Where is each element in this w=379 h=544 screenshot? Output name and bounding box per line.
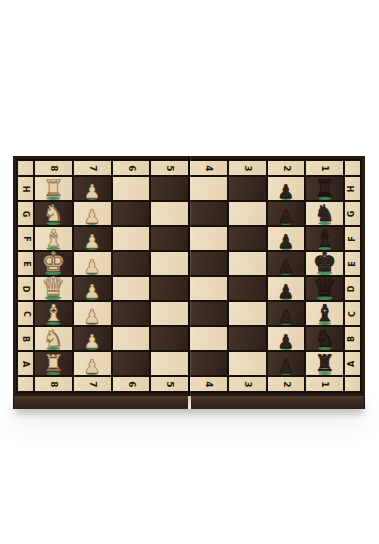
- piece-white-pawn-h7[interactable]: ♟: [84, 182, 101, 200]
- square-f2[interactable]: ♟: [268, 227, 305, 250]
- piece-black-pawn-h2[interactable]: ♟: [277, 182, 294, 200]
- board-front-edge: [13, 396, 365, 409]
- file-label-left-C-text: C: [22, 311, 30, 317]
- rank-label-front-2: 2: [268, 377, 305, 391]
- piece-black-pawn-e2[interactable]: ♟: [277, 257, 294, 275]
- rank-label-front-8: 8: [35, 377, 72, 391]
- piece-black-pawn-b2[interactable]: ♟: [277, 332, 294, 350]
- square-d8[interactable]: ♛: [35, 277, 72, 300]
- square-f6[interactable]: [113, 227, 150, 250]
- hinge-gap: [188, 396, 191, 409]
- file-label-left-G: G: [18, 202, 33, 225]
- square-d4[interactable]: [190, 277, 227, 300]
- square-g4[interactable]: [190, 202, 227, 225]
- hinge-seam: [188, 156, 190, 396]
- piece-black-queen-d1[interactable]: ♛: [313, 274, 337, 300]
- square-a7[interactable]: ♟: [74, 352, 111, 375]
- file-label-left-E: E: [18, 252, 33, 275]
- square-c2[interactable]: ♟: [268, 302, 305, 325]
- border-corner-front-left: [18, 377, 33, 391]
- square-h3[interactable]: [229, 177, 266, 200]
- square-b3[interactable]: [229, 327, 266, 350]
- square-g1[interactable]: ♞: [306, 202, 343, 225]
- piece-black-pawn-a2[interactable]: ♟: [277, 357, 294, 375]
- square-c7[interactable]: ♟: [74, 302, 111, 325]
- rank-label-front-2-text: 2: [281, 381, 290, 387]
- rank-label-back-2: 2: [268, 161, 305, 175]
- piece-white-pawn-a7[interactable]: ♟: [84, 357, 101, 375]
- file-label-right-F: F: [345, 227, 360, 250]
- file-label-left-B-text: B: [21, 335, 29, 341]
- piece-black-knight-g1[interactable]: ♞: [314, 203, 335, 225]
- square-a2[interactable]: ♟: [268, 352, 305, 375]
- square-d6[interactable]: [113, 277, 150, 300]
- square-g2[interactable]: ♟: [268, 202, 305, 225]
- piece-black-rook-a1[interactable]: ♜: [314, 353, 335, 375]
- square-a3[interactable]: [229, 352, 266, 375]
- rank-label-back-3-text: 3: [243, 165, 252, 171]
- file-label-right-D: D: [345, 277, 360, 300]
- square-f4[interactable]: [190, 227, 227, 250]
- square-a4[interactable]: [190, 352, 227, 375]
- rank-label-back-1: 1: [306, 161, 343, 175]
- rank-label-front-5: 5: [151, 377, 188, 391]
- square-e3[interactable]: [229, 252, 266, 275]
- rank-label-back-4-text: 4: [204, 165, 213, 171]
- file-label-right-C-text: C: [349, 311, 357, 317]
- file-label-left-D: D: [18, 277, 33, 300]
- piece-white-rook-a8[interactable]: ♜: [43, 353, 64, 375]
- rank-label-back-8: 8: [35, 161, 72, 175]
- file-label-left-G-text: G: [21, 210, 29, 217]
- square-h7[interactable]: ♟: [74, 177, 111, 200]
- photo-background: 87654321H♜♟♟♜HG♞♟♟♞GF♝♟♟♝FE♚♟♟♚ED♛♟♟♛DC♝…: [0, 0, 379, 544]
- file-label-right-B: B: [345, 327, 360, 350]
- square-f7[interactable]: ♟: [74, 227, 111, 250]
- piece-black-pawn-f2[interactable]: ♟: [277, 232, 294, 250]
- square-h8[interactable]: ♜: [35, 177, 72, 200]
- square-b5[interactable]: [151, 327, 188, 350]
- piece-white-knight-b8[interactable]: ♞: [43, 328, 64, 350]
- chess-set: 87654321H♜♟♟♜HG♞♟♟♞GF♝♟♟♝FE♚♟♟♚ED♛♟♟♛DC♝…: [13, 156, 365, 409]
- file-label-left-H: H: [18, 177, 33, 200]
- piece-white-pawn-e7[interactable]: ♟: [84, 257, 101, 275]
- piece-black-pawn-g2[interactable]: ♟: [277, 207, 294, 225]
- rank-label-front-4-text: 4: [204, 381, 213, 387]
- square-f3[interactable]: [229, 227, 266, 250]
- file-label-left-F: F: [18, 227, 33, 250]
- rank-label-back-6-text: 6: [126, 165, 135, 171]
- square-h6[interactable]: [113, 177, 150, 200]
- piece-white-knight-g8[interactable]: ♞: [43, 203, 64, 225]
- file-label-right-G-text: G: [348, 210, 356, 217]
- file-label-right-A-text: A: [348, 360, 356, 366]
- rank-label-back-4: 4: [190, 161, 227, 175]
- file-label-right-C: C: [345, 302, 360, 325]
- rank-label-back-7-text: 7: [88, 165, 97, 171]
- piece-white-pawn-f7[interactable]: ♟: [84, 232, 101, 250]
- square-b7[interactable]: ♟: [74, 327, 111, 350]
- square-b4[interactable]: [190, 327, 227, 350]
- rank-label-front-4: 4: [190, 377, 227, 391]
- square-h1[interactable]: ♜: [306, 177, 343, 200]
- square-e6[interactable]: [113, 252, 150, 275]
- rank-label-front-6-text: 6: [126, 381, 135, 387]
- file-label-right-H: H: [345, 177, 360, 200]
- square-c8[interactable]: ♝: [35, 302, 72, 325]
- square-b6[interactable]: [113, 327, 150, 350]
- rank-label-front-6: 6: [113, 377, 150, 391]
- rank-label-back-3: 3: [229, 161, 266, 175]
- piece-black-bishop-c1[interactable]: ♝: [314, 303, 335, 325]
- piece-white-pawn-b7[interactable]: ♟: [84, 332, 101, 350]
- square-d3[interactable]: [229, 277, 266, 300]
- file-label-left-C: C: [18, 302, 33, 325]
- square-e7[interactable]: ♟: [74, 252, 111, 275]
- file-label-right-H-text: H: [348, 185, 356, 192]
- piece-black-pawn-d2[interactable]: ♟: [277, 282, 294, 300]
- piece-white-pawn-c7[interactable]: ♟: [84, 307, 101, 325]
- rank-label-front-7: 7: [74, 377, 111, 391]
- border-corner-back-right: [345, 161, 360, 175]
- file-label-left-A-text: A: [21, 360, 29, 366]
- file-label-right-A: A: [345, 352, 360, 375]
- square-a5[interactable]: [151, 352, 188, 375]
- square-c5[interactable]: [151, 302, 188, 325]
- border-corner-front-right: [345, 377, 360, 391]
- square-c4[interactable]: [190, 302, 227, 325]
- square-c3[interactable]: [229, 302, 266, 325]
- square-g8[interactable]: ♞: [35, 202, 72, 225]
- rank-label-back-7: 7: [74, 161, 111, 175]
- square-e5[interactable]: [151, 252, 188, 275]
- rank-label-front-7-text: 7: [88, 381, 97, 387]
- piece-white-bishop-c8[interactable]: ♝: [43, 303, 64, 325]
- file-label-right-G: G: [345, 202, 360, 225]
- piece-white-queen-d8[interactable]: ♛: [41, 274, 65, 300]
- square-g5[interactable]: [151, 202, 188, 225]
- square-h5[interactable]: [151, 177, 188, 200]
- rank-label-front-1-text: 1: [320, 381, 329, 387]
- file-label-left-H-text: H: [21, 185, 29, 192]
- file-label-left-A: A: [18, 352, 33, 375]
- square-g6[interactable]: [113, 202, 150, 225]
- rank-label-back-1-text: 1: [320, 165, 329, 171]
- piece-black-rook-h1[interactable]: ♜: [314, 178, 335, 200]
- square-f5[interactable]: [151, 227, 188, 250]
- piece-white-pawn-g7[interactable]: ♟: [84, 207, 101, 225]
- square-b2[interactable]: ♟: [268, 327, 305, 350]
- square-b8[interactable]: ♞: [35, 327, 72, 350]
- rank-label-front-1: 1: [306, 377, 343, 391]
- square-g7[interactable]: ♟: [74, 202, 111, 225]
- chess-board: 87654321H♜♟♟♜HG♞♟♟♞GF♝♟♟♝FE♚♟♟♚ED♛♟♟♛DC♝…: [13, 156, 365, 396]
- square-b1[interactable]: ♞: [306, 327, 343, 350]
- piece-black-pawn-c2[interactable]: ♟: [277, 307, 294, 325]
- rank-label-front-3: 3: [229, 377, 266, 391]
- rank-label-back-5-text: 5: [165, 165, 174, 171]
- file-label-right-E-text: E: [349, 261, 357, 266]
- rank-label-front-5-text: 5: [165, 381, 174, 387]
- square-h2[interactable]: ♟: [268, 177, 305, 200]
- file-label-left-F-text: F: [22, 236, 30, 241]
- rank-label-back-5: 5: [151, 161, 188, 175]
- square-d1[interactable]: ♛: [306, 277, 343, 300]
- square-d2[interactable]: ♟: [268, 277, 305, 300]
- square-c6[interactable]: [113, 302, 150, 325]
- file-label-left-E-text: E: [22, 261, 30, 266]
- square-h4[interactable]: [190, 177, 227, 200]
- file-label-left-D-text: D: [21, 285, 29, 292]
- file-label-left-B: B: [18, 327, 33, 350]
- file-label-right-F-text: F: [349, 236, 357, 241]
- file-label-right-B-text: B: [348, 335, 356, 341]
- rank-label-back-8-text: 8: [49, 165, 58, 171]
- piece-white-rook-h8[interactable]: ♜: [43, 178, 64, 200]
- square-c1[interactable]: ♝: [306, 302, 343, 325]
- square-e4[interactable]: [190, 252, 227, 275]
- square-a6[interactable]: [113, 352, 150, 375]
- rank-label-front-8-text: 8: [49, 381, 58, 387]
- square-a8[interactable]: ♜: [35, 352, 72, 375]
- piece-black-knight-b1[interactable]: ♞: [314, 328, 335, 350]
- rank-label-front-3-text: 3: [243, 381, 252, 387]
- file-label-right-D-text: D: [348, 285, 356, 292]
- square-g3[interactable]: [229, 202, 266, 225]
- square-d5[interactable]: [151, 277, 188, 300]
- square-d7[interactable]: ♟: [74, 277, 111, 300]
- square-e2[interactable]: ♟: [268, 252, 305, 275]
- rank-label-back-2-text: 2: [281, 165, 290, 171]
- border-corner-back-left: [18, 161, 33, 175]
- piece-white-pawn-d7[interactable]: ♟: [84, 282, 101, 300]
- rank-label-back-6: 6: [113, 161, 150, 175]
- file-label-right-E: E: [345, 252, 360, 275]
- square-a1[interactable]: ♜: [306, 352, 343, 375]
